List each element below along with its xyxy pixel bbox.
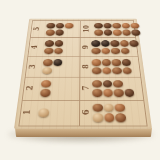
wooden-ball-brown[interactable] [114,89,124,97]
wooden-ball-brown[interactable] [120,40,129,46]
wooden-ball-brown[interactable] [112,59,122,66]
ball-area [32,80,77,97]
wooden-ball-tan[interactable] [42,67,52,74]
section-6: 6 [79,100,146,125]
wooden-ball-darkbrown[interactable] [54,40,63,46]
counting-board-photo: 51049382716 [0,0,160,160]
section-2: 2 [23,78,80,101]
wooden-ball-darkbrown[interactable] [103,30,112,36]
engraved-number: 10 [83,26,91,33]
ball-row [94,23,139,29]
wooden-ball-brown[interactable] [92,48,101,54]
ball-area [89,40,136,54]
wooden-ball-brown[interactable] [111,48,120,54]
wooden-ball-brown[interactable] [122,30,131,36]
ball-area [35,59,78,74]
ball-row [40,89,50,97]
ball-row [92,80,123,87]
wooden-ball-chestnut[interactable] [121,23,130,29]
wooden-ball-darkbrown[interactable] [103,80,113,87]
wooden-ball-darkbrown[interactable] [131,30,140,36]
wooden-ball-chestnut[interactable] [104,113,115,122]
wooden-ball-brown[interactable] [112,23,121,29]
board-side-edge [15,128,152,137]
wooden-ball-brown[interactable] [92,67,101,74]
wooden-ball-chestnut[interactable] [114,104,125,112]
section-9: 9 [80,38,138,57]
wooden-ball-brown[interactable] [54,48,63,54]
engraved-number: 5 [32,27,41,32]
ball-area [89,80,141,97]
ball-row [44,48,63,54]
wooden-ball-darkbrown[interactable] [124,89,135,97]
ball-row [92,48,130,54]
wooden-ball-brown[interactable] [46,30,55,36]
counting-board: 51049382716 [14,19,152,129]
ball-row [45,40,64,46]
wooden-ball-brown[interactable] [120,48,129,54]
section-5: 5 [31,21,80,38]
section-7: 7 [79,78,143,101]
wooden-ball-brown[interactable] [115,113,126,122]
wooden-ball-chestnut[interactable] [103,89,113,97]
board-grid: 51049382716 [18,20,147,126]
section-10: 10 [80,21,135,38]
wooden-ball-brown[interactable] [92,89,102,97]
ball-row [46,30,64,36]
wooden-ball-brown[interactable] [113,80,123,87]
wooden-ball-darkbrown[interactable] [94,23,103,29]
ball-row [92,67,132,74]
engraved-number: 6 [81,109,91,116]
wooden-ball-darkbrown[interactable] [46,23,55,29]
wooden-ball-brown[interactable] [43,59,53,66]
wooden-ball-brown[interactable] [92,80,102,87]
ball-row [91,40,138,46]
section-1: 1 [19,100,79,125]
engraved-number: 9 [81,44,89,49]
wooden-ball-brown[interactable] [112,67,122,74]
wooden-ball-darkbrown[interactable] [103,23,112,29]
ball-row [46,23,73,29]
wooden-ball-brown[interactable] [93,104,103,112]
section-3: 3 [26,57,80,78]
wooden-ball-darkbrown[interactable] [55,30,64,36]
wooden-ball-darkbrown[interactable] [45,40,54,46]
wooden-ball-chestnut[interactable] [102,67,112,74]
engraved-number: 1 [21,109,32,116]
wooden-ball-brown[interactable] [44,48,53,54]
ball-row [93,104,126,112]
ball-area [37,40,78,54]
wooden-ball-tan[interactable] [104,104,114,112]
ball-row [93,113,126,122]
ball-row [41,80,51,87]
ball-row [38,108,49,116]
wooden-ball-brown[interactable] [122,67,132,74]
wooden-ball-chestnut[interactable] [41,80,51,87]
ball-row [42,67,52,74]
engraved-number: 7 [81,85,90,92]
ball-area [30,108,77,116]
wooden-ball-brown[interactable] [94,30,103,36]
wooden-ball-darkbrown[interactable] [110,40,119,46]
section-8: 8 [80,57,141,78]
ball-area [39,23,78,36]
engraved-number: 8 [81,64,90,70]
ball-row [92,89,134,97]
engraved-number: 3 [27,64,36,70]
wooden-ball-chestnut[interactable] [92,59,101,66]
wooden-ball-black[interactable] [91,40,100,46]
section-4: 4 [28,38,80,57]
wooden-ball-chestnut[interactable] [65,23,74,29]
wooden-ball-darkbrown[interactable] [121,59,131,66]
wooden-ball-brown[interactable] [40,89,50,97]
wooden-ball-chestnut[interactable] [130,23,139,29]
wooden-ball-darkbrown[interactable] [129,40,138,46]
wooden-ball-black[interactable] [53,59,63,66]
ball-area [89,59,138,74]
wooden-ball-brown[interactable] [102,59,111,66]
wooden-ball-tan[interactable] [93,113,104,122]
wooden-ball-tan[interactable] [38,108,49,116]
engraved-number: 2 [24,85,34,92]
wooden-ball-chestnut[interactable] [101,48,110,54]
ball-area [90,104,144,122]
wooden-ball-chestnut[interactable] [113,30,122,36]
ball-row [92,59,131,66]
ball-area [92,23,134,36]
wooden-ball-darkbrown[interactable] [55,23,64,29]
wooden-ball-black[interactable] [101,40,110,46]
ball-row [43,59,63,66]
engraved-number: 4 [30,44,39,49]
ball-row [94,30,140,36]
